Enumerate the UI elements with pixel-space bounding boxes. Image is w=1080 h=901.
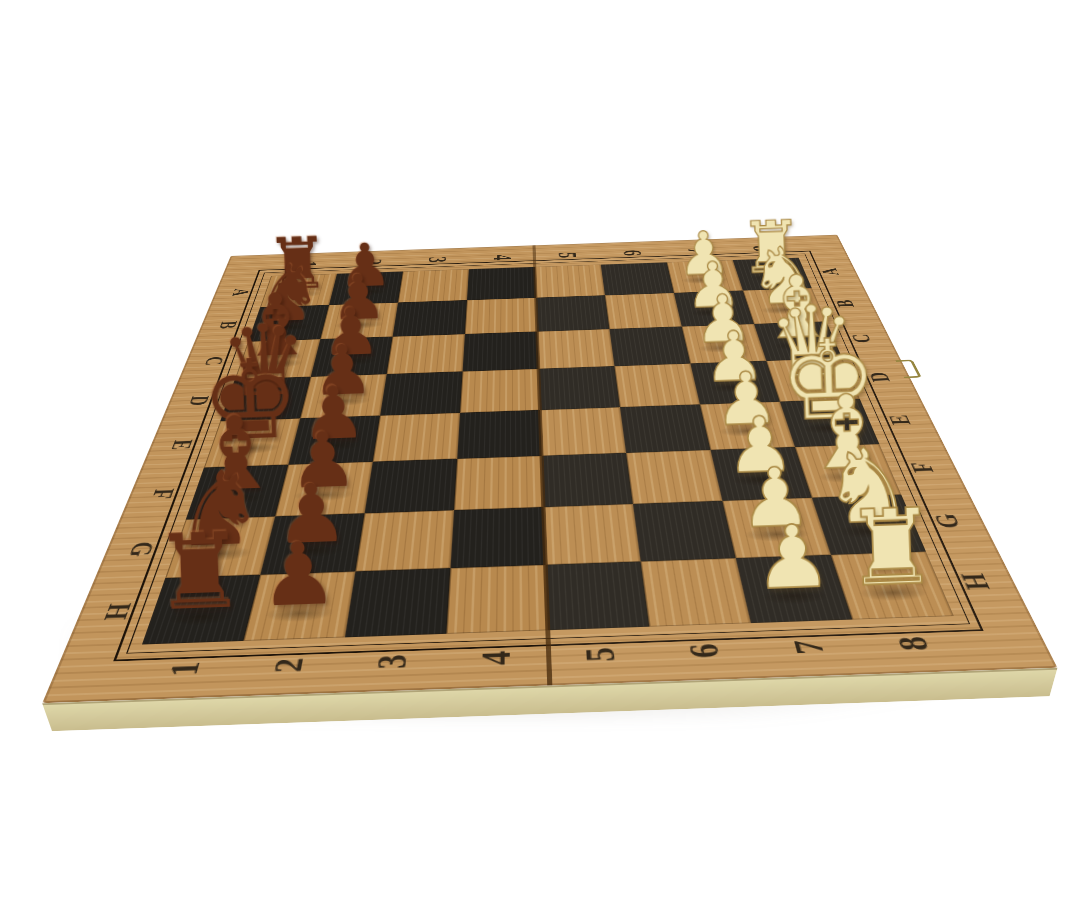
dark-pawn-b2: ♟ (319, 190, 395, 325)
dark-rook-a1: ♜ (260, 165, 332, 294)
piece-shadow (785, 378, 844, 390)
piece-shadow (204, 490, 269, 505)
piece-shadow (263, 604, 336, 623)
piece-shadow (278, 542, 346, 559)
piece-shadow (221, 441, 282, 455)
piece-shadow (758, 587, 832, 606)
piece-shadow (743, 526, 812, 543)
piece-shadow (835, 523, 906, 540)
piece-shadow (856, 583, 932, 602)
light-knight-b8: ♞ (745, 175, 821, 310)
piece-shadow (707, 381, 765, 393)
dark-pawn-a2: ♟ (328, 163, 400, 292)
piece-shadow (273, 289, 323, 299)
piece-shadow (697, 342, 752, 353)
piece-shadow (163, 607, 237, 626)
piece-shadow (800, 421, 862, 434)
chess-set-photo: 11AA22BB33CC44DD55EE66FF77GG88HH ♜♟♟♜♞♟♟… (0, 0, 1080, 901)
dark-pawn-f2: ♟ (275, 328, 368, 495)
piece-shadow (748, 273, 798, 282)
piece-shadow (717, 424, 778, 438)
piece-shadow (236, 397, 294, 409)
dark-bishop-f1: ♝ (188, 331, 281, 498)
piece-shadow (315, 395, 372, 407)
light-bishop-f8: ♝ (799, 310, 892, 477)
piece-shadow (185, 545, 255, 562)
piece-shadow (304, 438, 364, 452)
light-rook-a8: ♜ (734, 149, 806, 278)
piece-shadow (729, 472, 794, 487)
piece-shadow (759, 305, 812, 315)
light-pawn-f7: ♟ (712, 313, 805, 480)
piece-shadow (341, 287, 390, 297)
dark-knight-b1: ♞ (248, 192, 324, 327)
chess-board: 11AA22BB33CC44DD55EE66FF77GG88HH ♜♟♟♜♞♟♟… (42, 235, 1057, 703)
light-pawn-b7: ♟ (674, 177, 750, 312)
light-pawn-a7: ♟ (667, 151, 739, 280)
piece-shadow (333, 320, 384, 330)
piece-shadow (680, 275, 730, 284)
piece-shadow (688, 307, 740, 317)
